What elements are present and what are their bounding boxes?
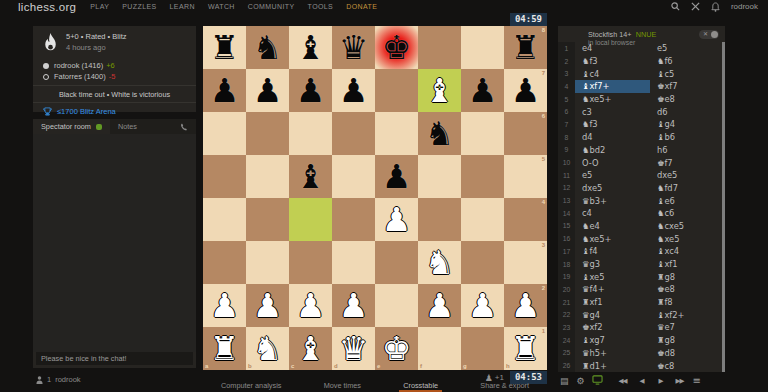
game-result-text: Black time out • White is victorious: [33, 85, 196, 102]
square-b5[interactable]: [246, 155, 289, 198]
playback-toolbar: ▤⚙◀◀◀▶▶▶≡: [558, 374, 725, 388]
move-number: 15: [558, 220, 575, 233]
black-pawn-piece: ♟: [511, 69, 541, 112]
square-h3[interactable]: 3: [504, 241, 547, 284]
square-h8[interactable]: ♜8: [504, 26, 547, 69]
square-d7[interactable]: ♟: [332, 69, 375, 112]
move-black-12[interactable]: ♞fd7: [650, 182, 725, 195]
rank-label-7: 7: [542, 70, 545, 76]
move-black-11[interactable]: dxe5: [650, 169, 725, 182]
move-white-24[interactable]: ♝xg7: [575, 334, 650, 347]
square-b3[interactable]: [246, 241, 289, 284]
square-a5[interactable]: [203, 155, 246, 198]
move-black-25[interactable]: ♚d8: [650, 347, 725, 360]
move-number: 2: [558, 55, 575, 68]
nav-donate[interactable]: DONATE: [346, 3, 377, 10]
file-label-d: d: [334, 363, 338, 369]
black-pawn-piece: ♟: [253, 69, 283, 112]
move-number: 26: [558, 359, 575, 372]
rank-label-3: 3: [542, 242, 545, 248]
move-row-13: 13♛b3+♝e6: [558, 194, 725, 207]
move-white-17[interactable]: ♝f4: [575, 245, 650, 258]
move-row-9: 9♞bd2h6: [558, 144, 725, 157]
square-f5[interactable]: [418, 155, 461, 198]
move-white-25[interactable]: ♛h5+: [575, 347, 650, 360]
square-g7[interactable]: ♟: [461, 69, 504, 112]
square-d1[interactable]: ♛d: [332, 327, 375, 370]
move-white-2[interactable]: ♞f3: [575, 55, 650, 68]
move-row-5: 5♞xe5+♚e8: [558, 93, 725, 106]
move-black-26[interactable]: ♚c8: [650, 359, 725, 372]
move-row-24: 24♝xg7♜g8: [558, 334, 725, 347]
top-navbar: lichess.org PLAYPUZZLESLEARNWATCHCOMMUNI…: [0, 0, 768, 13]
presence-count: 1: [47, 375, 51, 384]
main-nav: PLAYPUZZLESLEARNWATCHCOMMUNITYTOOLSDONAT…: [90, 3, 377, 10]
black-knight-piece: ♞: [253, 26, 283, 69]
file-label-b: b: [248, 363, 252, 369]
file-label-f: f: [420, 363, 422, 369]
bell-icon[interactable]: [711, 2, 720, 12]
move-number: 17: [558, 245, 575, 258]
white-pawn-piece: ♟: [511, 284, 541, 327]
spectator-presence: 1 rodrook: [36, 375, 81, 384]
tv-icon[interactable]: [592, 375, 603, 387]
move-white-1[interactable]: e4: [575, 42, 650, 55]
move-white-4[interactable]: ♝xf7+: [575, 80, 650, 93]
move-black-9[interactable]: h6: [650, 144, 725, 157]
move-black-23[interactable]: ♛e7: [650, 321, 725, 334]
nav-puzzles[interactable]: PUZZLES: [122, 3, 156, 10]
white-knight-piece: ♞: [425, 241, 455, 284]
move-white-20[interactable]: ♛f4+: [575, 283, 650, 296]
square-a1[interactable]: ♜a: [203, 327, 246, 370]
move-white-8[interactable]: d4: [575, 131, 650, 144]
square-a3[interactable]: [203, 241, 246, 284]
move-white-23[interactable]: ♚xf2: [575, 321, 650, 334]
square-c8[interactable]: ♝: [289, 26, 332, 69]
white-bishop-piece: ♝: [296, 327, 326, 370]
move-number: 11: [558, 169, 575, 182]
move-black-15[interactable]: ♞cxe5: [650, 220, 725, 233]
move-number: 25: [558, 347, 575, 360]
white-pawn-piece: ♟: [425, 284, 455, 327]
move-row-15: 15♞e4♞cxe5: [558, 220, 725, 233]
black-bishop-piece: ♝: [296, 155, 326, 198]
square-f8[interactable]: [418, 26, 461, 69]
black-pawn-piece: ♟: [468, 69, 498, 112]
rank-label-5: 5: [542, 156, 545, 162]
white-pawn-piece: ♟: [253, 284, 283, 327]
square-e2[interactable]: [375, 284, 418, 327]
black-rook-piece: ♜: [511, 26, 541, 69]
move-white-18[interactable]: ♛g3: [575, 258, 650, 271]
move-row-18: 18♛g3♝xf1: [558, 258, 725, 271]
square-a8[interactable]: ♜: [203, 26, 246, 69]
move-black-8[interactable]: ♝b6: [650, 131, 725, 144]
square-e6[interactable]: [375, 112, 418, 155]
move-row-14: 14c4♞c6: [558, 207, 725, 220]
move-black-3[interactable]: ♝c5: [650, 67, 725, 80]
white-pawn-piece: ♟: [382, 198, 412, 241]
square-b8[interactable]: ♞: [246, 26, 289, 69]
move-black-7[interactable]: ♝g4: [650, 118, 725, 131]
next-move-button[interactable]: ▶: [659, 376, 663, 386]
white-king-piece: ♚: [382, 327, 412, 370]
engine-toggle[interactable]: ✕: [699, 30, 719, 39]
move-white-16[interactable]: ♞xe5+: [575, 232, 650, 245]
white-rook-piece: ♜: [210, 327, 240, 370]
square-b7[interactable]: ♟: [246, 69, 289, 112]
move-black-16[interactable]: ♞xe5: [650, 232, 725, 245]
square-b1[interactable]: ♞b: [246, 327, 289, 370]
move-row-1: 1e4e5: [558, 42, 725, 55]
square-h2[interactable]: ♟2: [504, 284, 547, 327]
square-c7[interactable]: ♟: [289, 69, 332, 112]
chat-toggle-indicator[interactable]: [96, 124, 102, 130]
move-number: 8: [558, 131, 575, 144]
square-g8[interactable]: [461, 26, 504, 69]
player-white[interactable]: rodrook (1416) +6: [43, 61, 186, 70]
move-number: 24: [558, 334, 575, 347]
move-row-17: 17♝f4♝xc4: [558, 245, 725, 258]
tab-spectator-room[interactable]: Spectator room: [33, 119, 110, 134]
move-black-19[interactable]: ♜g8: [650, 270, 725, 283]
square-a2[interactable]: ♟: [203, 284, 246, 327]
move-number: 6: [558, 105, 575, 118]
square-e8[interactable]: ♚: [375, 26, 418, 69]
white-bishop-piece: ♝: [425, 69, 455, 112]
square-d4[interactable]: [332, 198, 375, 241]
square-f3[interactable]: ♞: [418, 241, 461, 284]
move-black-13[interactable]: ♝e6: [650, 194, 725, 207]
previous-move-button[interactable]: ◀: [640, 376, 644, 386]
tab-notes[interactable]: Notes: [110, 119, 145, 134]
under-board-tabs: Computer analysisMove timesCrosstableSha…: [203, 380, 547, 392]
square-e4[interactable]: ♟: [375, 198, 418, 241]
move-row-8: 8d4♝b6: [558, 131, 725, 144]
black-king-piece: ♚: [382, 26, 412, 69]
engine-nnue-badge: NNUE: [636, 30, 656, 39]
move-number: 12: [558, 182, 575, 195]
file-label-g: g: [463, 363, 467, 369]
move-white-11[interactable]: e5: [575, 169, 650, 182]
square-d3[interactable]: [332, 241, 375, 284]
black-color-disc: [43, 74, 49, 80]
white-pawn-piece: ♟: [296, 284, 326, 327]
move-number: 22: [558, 308, 575, 321]
move-number: 20: [558, 283, 575, 296]
move-white-5[interactable]: ♞xe5+: [575, 93, 650, 106]
move-black-18[interactable]: ♝xf1: [650, 258, 725, 271]
move-white-6[interactable]: c3: [575, 105, 650, 118]
square-g2[interactable]: ♟: [461, 284, 504, 327]
square-f7[interactable]: ♝: [418, 69, 461, 112]
move-black-4[interactable]: ♚xf7: [650, 80, 725, 93]
move-black-10[interactable]: ♚f7: [650, 156, 725, 169]
tab-crosstable[interactable]: Crosstable: [399, 380, 442, 392]
move-number: 13: [558, 194, 575, 207]
move-row-21: 21♜xf1♜f8: [558, 296, 725, 309]
move-white-26[interactable]: ♜d1+: [575, 359, 650, 372]
move-white-12[interactable]: dxe5: [575, 182, 650, 195]
move-black-24[interactable]: ♜g8: [650, 334, 725, 347]
challenge-swords-icon[interactable]: [691, 2, 700, 11]
move-number: 10: [558, 156, 575, 169]
first-move-button[interactable]: ◀◀: [619, 376, 627, 386]
move-row-19: 19♝xe5♜g8: [558, 270, 725, 283]
move-row-12: 12dxe5♞fd7: [558, 182, 725, 195]
square-f1[interactable]: f: [418, 327, 461, 370]
move-number: 1: [558, 42, 575, 55]
white-pawn-piece: ♟: [210, 284, 240, 327]
rank-label-6: 6: [542, 113, 545, 119]
menu-icon[interactable]: ≡: [693, 376, 701, 386]
move-black-6[interactable]: d6: [650, 105, 725, 118]
black-knight-piece: ♞: [425, 112, 455, 155]
square-h6[interactable]: 6: [504, 112, 547, 155]
move-white-9[interactable]: ♞bd2: [575, 144, 650, 157]
voice-chat-icon[interactable]: [172, 119, 196, 134]
move-number: 18: [558, 258, 575, 271]
move-black-17[interactable]: ♝xc4: [650, 245, 725, 258]
chess-board[interactable]: ♜♞♝♛♚♜8♟♟♟♟♝♟♟7♞6♝♟5♟4♞3♟♟♟♟♟♟♟2♜a♞b♝c♛d…: [203, 26, 547, 370]
square-b4[interactable]: [246, 198, 289, 241]
rating-delta-black: -5: [109, 72, 116, 81]
square-h1[interactable]: ♜h1: [504, 327, 547, 370]
move-row-11: 11e5dxe5: [558, 169, 725, 182]
tab-computer-analysis[interactable]: Computer analysis: [217, 380, 285, 392]
move-white-7[interactable]: ♞f3: [575, 118, 650, 131]
square-e5[interactable]: ♟: [375, 155, 418, 198]
nav-watch[interactable]: WATCH: [208, 3, 235, 10]
move-white-10[interactable]: O-O: [575, 156, 650, 169]
square-h7[interactable]: ♟7: [504, 69, 547, 112]
square-a4[interactable]: [203, 198, 246, 241]
move-list: 1e4e52♞f3♞f63♝c4♝c54♝xf7+♚xf75♞xe5+♚e86c…: [558, 42, 725, 372]
square-d5[interactable]: [332, 155, 375, 198]
square-a6[interactable]: [203, 112, 246, 155]
chat-messages-area: [33, 134, 196, 352]
move-row-7: 7♞f3♝g4: [558, 118, 725, 131]
white-queen-piece: ♛: [339, 327, 369, 370]
square-c3[interactable]: [289, 241, 332, 284]
move-number: 9: [558, 144, 575, 157]
book-icon[interactable]: ▤: [560, 376, 569, 386]
chat-input[interactable]: [36, 352, 193, 365]
move-white-3[interactable]: ♝c4: [575, 67, 650, 80]
move-number: 21: [558, 296, 575, 309]
square-c1[interactable]: ♝c: [289, 327, 332, 370]
player-black[interactable]: Fatorres (1400) -5: [43, 72, 186, 81]
move-black-5[interactable]: ♚e8: [650, 93, 725, 106]
last-move-button[interactable]: ▶▶: [676, 376, 684, 386]
move-row-4: 4♝xf7+♚xf7: [558, 80, 725, 93]
square-g1[interactable]: g: [461, 327, 504, 370]
tab-share-export[interactable]: Share & export: [476, 380, 533, 392]
white-color-disc: [43, 63, 49, 69]
square-c4[interactable]: [289, 198, 332, 241]
tournament-link[interactable]: ≤1700 Blitz Arena: [33, 102, 196, 120]
white-pawn-piece: ♟: [468, 284, 498, 327]
search-icon[interactable]: [671, 2, 680, 11]
square-g4[interactable]: [461, 198, 504, 241]
move-number: 16: [558, 232, 575, 245]
move-number: 7: [558, 118, 575, 131]
move-black-2[interactable]: ♞f6: [650, 55, 725, 68]
square-a7[interactable]: ♟: [203, 69, 246, 112]
move-row-3: 3♝c4♝c5: [558, 67, 725, 80]
square-f6[interactable]: ♞: [418, 112, 461, 155]
chat-panel: Spectator room Notes: [33, 119, 196, 368]
rank-label-8: 8: [542, 27, 545, 33]
analysis-panel: Stockfish 14+ NNUE in local browser ✕ 1e…: [558, 26, 725, 372]
nav-play[interactable]: PLAY: [90, 3, 109, 10]
file-label-a: a: [205, 363, 208, 369]
white-knight-piece: ♞: [253, 327, 283, 370]
nav-tools[interactable]: TOOLS: [308, 3, 334, 10]
trophy-icon: [43, 107, 52, 116]
file-label-h: h: [506, 363, 510, 369]
move-row-16: 16♞xe5+♞xe5: [558, 232, 725, 245]
move-number: 19: [558, 270, 575, 283]
move-black-21[interactable]: ♜f8: [650, 296, 725, 309]
file-label-e: e: [377, 363, 380, 369]
square-d8[interactable]: ♛: [332, 26, 375, 69]
move-row-2: 2♞f3♞f6: [558, 55, 725, 68]
game-meta-panel: 5+0 • Rated • Blitz 4 hours ago rodrook …: [33, 26, 196, 112]
square-h4[interactable]: 4: [504, 198, 547, 241]
move-number: 23: [558, 321, 575, 334]
black-pawn-piece: ♟: [339, 69, 369, 112]
black-queen-piece: ♛: [339, 26, 369, 69]
rank-label-4: 4: [542, 199, 545, 205]
square-f4[interactable]: [418, 198, 461, 241]
file-label-c: c: [291, 363, 294, 369]
blitz-flame-icon: [43, 33, 58, 54]
move-white-14[interactable]: c4: [575, 207, 650, 220]
move-number: 5: [558, 93, 575, 106]
username[interactable]: rodrook: [731, 2, 758, 11]
move-black-22[interactable]: ♝xf2+: [650, 308, 725, 321]
move-row-23: 23♚xf2♛e7: [558, 321, 725, 334]
nav-learn[interactable]: LEARN: [170, 3, 195, 10]
black-pawn-piece: ♟: [210, 69, 240, 112]
move-black-20[interactable]: ♚e8: [650, 283, 725, 296]
move-row-6: 6c3d6: [558, 105, 725, 118]
presence-name[interactable]: rodrook: [55, 375, 80, 384]
black-clock: 04:59: [510, 13, 547, 26]
move-row-10: 10O-O♚f7: [558, 156, 725, 169]
lichess-logo[interactable]: lichess.org: [18, 1, 76, 13]
rank-label-1: 1: [542, 328, 545, 334]
move-row-20: 20♛f4+♚e8: [558, 283, 725, 296]
nav-community[interactable]: COMMUNITY: [248, 3, 295, 10]
square-d6[interactable]: [332, 112, 375, 155]
move-row-22: 22♛g4♝xf2+: [558, 308, 725, 321]
move-white-21[interactable]: ♜xf1: [575, 296, 650, 309]
black-pawn-piece: ♟: [296, 69, 326, 112]
move-number: 3: [558, 67, 575, 80]
time-ago: 4 hours ago: [66, 43, 127, 52]
settings-gear-icon[interactable]: ⚙: [577, 376, 585, 386]
move-number: 4: [558, 80, 575, 93]
square-f2[interactable]: ♟: [418, 284, 461, 327]
black-pawn-piece: ♟: [382, 155, 412, 198]
square-b2[interactable]: ♟: [246, 284, 289, 327]
move-row-26: 26♜d1+♚c8: [558, 359, 725, 372]
square-e1[interactable]: ♚e: [375, 327, 418, 370]
square-d2[interactable]: ♟: [332, 284, 375, 327]
square-g3[interactable]: [461, 241, 504, 284]
tab-move-times[interactable]: Move times: [320, 380, 365, 392]
white-rook-piece: ♜: [511, 327, 541, 370]
rating-delta-white: +6: [106, 61, 115, 70]
square-c6[interactable]: [289, 112, 332, 155]
move-white-19[interactable]: ♝xe5: [575, 270, 650, 283]
white-pawn-piece: ♟: [339, 284, 369, 327]
move-white-15[interactable]: ♞e4: [575, 220, 650, 233]
move-list-scrollbar[interactable]: [722, 42, 725, 372]
square-c2[interactable]: ♟: [289, 284, 332, 327]
square-e7[interactable]: [375, 69, 418, 112]
square-h5[interactable]: 5: [504, 155, 547, 198]
square-b6[interactable]: [246, 112, 289, 155]
square-c5[interactable]: ♝: [289, 155, 332, 198]
engine-name: Stockfish 14+: [588, 30, 631, 39]
rank-label-2: 2: [542, 285, 545, 291]
person-icon: [36, 376, 43, 384]
move-white-13[interactable]: ♛b3+: [575, 194, 650, 207]
square-g5[interactable]: [461, 155, 504, 198]
move-black-1[interactable]: e5: [650, 42, 725, 55]
black-bishop-piece: ♝: [296, 26, 326, 69]
move-white-22[interactable]: ♛g4: [575, 308, 650, 321]
time-control: 5+0 • Rated • Blitz: [66, 32, 127, 41]
move-row-25: 25♛h5+♚d8: [558, 347, 725, 360]
move-black-14[interactable]: ♞c6: [650, 207, 725, 220]
black-rook-piece: ♜: [210, 26, 240, 69]
square-g6[interactable]: [461, 112, 504, 155]
move-number: 14: [558, 207, 575, 220]
square-e3[interactable]: [375, 241, 418, 284]
